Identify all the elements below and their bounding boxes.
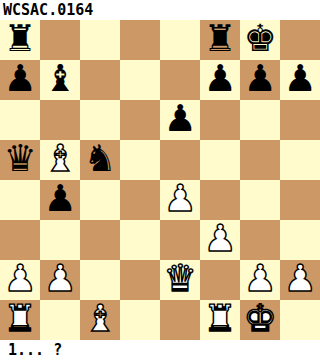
black-bishop: ♝: [43, 59, 76, 99]
square-a7[interactable]: ♟: [0, 60, 40, 100]
square-d2[interactable]: [120, 260, 160, 300]
square-f3[interactable]: ♟: [200, 220, 240, 260]
square-c5[interactable]: ♞: [80, 140, 120, 180]
white-bishop: ♝: [83, 299, 116, 339]
square-a2[interactable]: ♟: [0, 260, 40, 300]
square-a5[interactable]: ♛: [0, 140, 40, 180]
square-f5[interactable]: [200, 140, 240, 180]
black-knight: ♞: [83, 139, 116, 179]
white-bishop: ♝: [43, 139, 76, 179]
square-e7[interactable]: [160, 60, 200, 100]
square-b1[interactable]: [40, 300, 80, 340]
black-pawn: ♟: [243, 59, 276, 99]
white-pawn: ♟: [43, 259, 76, 299]
square-d3[interactable]: [120, 220, 160, 260]
square-h4[interactable]: [280, 180, 320, 220]
square-h2[interactable]: ♟: [280, 260, 320, 300]
square-b5[interactable]: ♝: [40, 140, 80, 180]
square-f1[interactable]: ♜: [200, 300, 240, 340]
square-e8[interactable]: [160, 20, 200, 60]
square-f6[interactable]: [200, 100, 240, 140]
white-rook: ♜: [203, 299, 236, 339]
white-queen: ♛: [163, 259, 196, 299]
square-d5[interactable]: [120, 140, 160, 180]
move-prompt: 1... ?: [0, 340, 320, 360]
square-e4[interactable]: ♟: [160, 180, 200, 220]
black-pawn: ♟: [163, 99, 196, 139]
square-a3[interactable]: [0, 220, 40, 260]
square-c7[interactable]: [80, 60, 120, 100]
square-h6[interactable]: [280, 100, 320, 140]
square-h1[interactable]: [280, 300, 320, 340]
square-d6[interactable]: [120, 100, 160, 140]
square-b3[interactable]: [40, 220, 80, 260]
square-g5[interactable]: [240, 140, 280, 180]
square-f4[interactable]: [200, 180, 240, 220]
square-d7[interactable]: [120, 60, 160, 100]
white-king: ♚: [243, 299, 276, 339]
square-c6[interactable]: [80, 100, 120, 140]
square-d8[interactable]: [120, 20, 160, 60]
square-g7[interactable]: ♟: [240, 60, 280, 100]
square-b4[interactable]: ♟: [40, 180, 80, 220]
square-g4[interactable]: [240, 180, 280, 220]
square-e2[interactable]: ♛: [160, 260, 200, 300]
square-d4[interactable]: [120, 180, 160, 220]
square-g6[interactable]: [240, 100, 280, 140]
white-pawn: ♟: [243, 259, 276, 299]
chess-board: ♜♜♚♟♝♟♟♟♟♛♝♞♟♟♟♟♟♛♟♟♜♝♜♚: [0, 20, 320, 340]
square-g8[interactable]: ♚: [240, 20, 280, 60]
square-a6[interactable]: [0, 100, 40, 140]
white-pawn: ♟: [3, 259, 36, 299]
white-pawn: ♟: [283, 259, 316, 299]
square-h3[interactable]: [280, 220, 320, 260]
square-a4[interactable]: [0, 180, 40, 220]
white-rook: ♜: [3, 299, 36, 339]
black-pawn: ♟: [3, 59, 36, 99]
black-pawn: ♟: [43, 179, 76, 219]
black-king: ♚: [243, 19, 276, 59]
chess-puzzle-window: WCSAC.0164 ♜♜♚♟♝♟♟♟♟♛♝♞♟♟♟♟♟♛♟♟♜♝♜♚ 1...…: [0, 0, 320, 360]
square-a8[interactable]: ♜: [0, 20, 40, 60]
square-b7[interactable]: ♝: [40, 60, 80, 100]
square-c8[interactable]: [80, 20, 120, 60]
square-f7[interactable]: ♟: [200, 60, 240, 100]
square-a1[interactable]: ♜: [0, 300, 40, 340]
black-rook: ♜: [203, 19, 236, 59]
white-pawn: ♟: [203, 219, 236, 259]
black-rook: ♜: [3, 19, 36, 59]
square-g3[interactable]: [240, 220, 280, 260]
square-c1[interactable]: ♝: [80, 300, 120, 340]
square-f8[interactable]: ♜: [200, 20, 240, 60]
square-b2[interactable]: ♟: [40, 260, 80, 300]
square-d1[interactable]: [120, 300, 160, 340]
square-g2[interactable]: ♟: [240, 260, 280, 300]
square-e5[interactable]: [160, 140, 200, 180]
square-h5[interactable]: [280, 140, 320, 180]
square-b8[interactable]: [40, 20, 80, 60]
square-e1[interactable]: [160, 300, 200, 340]
square-f2[interactable]: [200, 260, 240, 300]
square-c4[interactable]: [80, 180, 120, 220]
square-e6[interactable]: ♟: [160, 100, 200, 140]
square-e3[interactable]: [160, 220, 200, 260]
black-queen: ♛: [3, 139, 36, 179]
square-h8[interactable]: [280, 20, 320, 60]
square-b6[interactable]: [40, 100, 80, 140]
black-pawn: ♟: [283, 59, 316, 99]
square-h7[interactable]: ♟: [280, 60, 320, 100]
white-pawn: ♟: [163, 179, 196, 219]
black-pawn: ♟: [203, 59, 236, 99]
square-c3[interactable]: [80, 220, 120, 260]
square-c2[interactable]: [80, 260, 120, 300]
square-g1[interactable]: ♚: [240, 300, 280, 340]
